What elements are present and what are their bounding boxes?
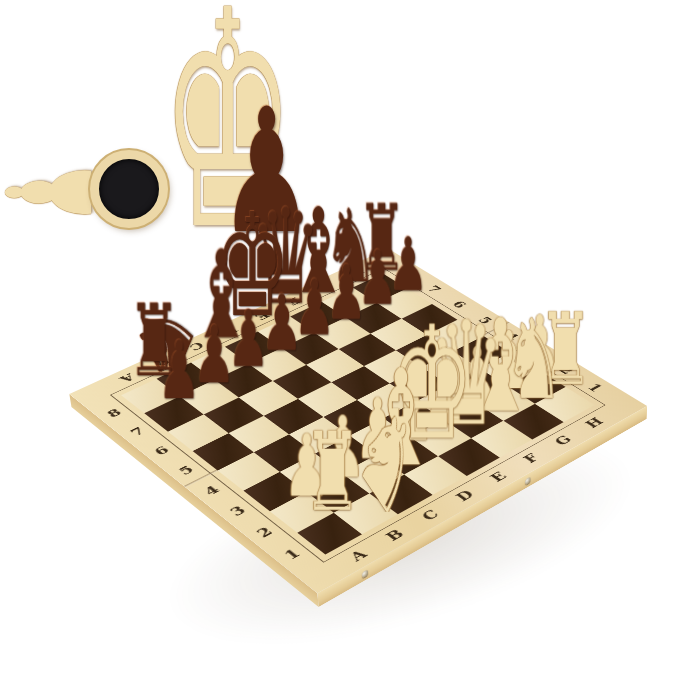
- rank-label-left-7: 7: [127, 425, 149, 439]
- screw-icon: [362, 569, 369, 578]
- file-label-near-E: E: [486, 469, 510, 484]
- rank-label-left-4: 4: [200, 483, 223, 498]
- rank-label-left-1: 1: [280, 546, 304, 562]
- file-label-near-C: C: [417, 507, 442, 523]
- white-rook-a1[interactable]: ♜: [303, 424, 361, 522]
- rank-label-left-8: 8: [103, 406, 124, 420]
- file-label-near-D: D: [451, 487, 477, 504]
- file-label-near-F: F: [519, 451, 542, 466]
- product-photo: ♟ ♚ ♟ AA11BB22CC33DD44EE55FF66GG77HH88 ♜…: [0, 0, 700, 700]
- black-pawn-a7[interactable]: ♟: [158, 335, 201, 407]
- file-label-near-A: A: [345, 547, 370, 564]
- file-label-near-H: H: [581, 415, 607, 430]
- file-label-near-G: G: [550, 432, 575, 447]
- rank-label-left-5: 5: [175, 463, 197, 478]
- rank-label-left-2: 2: [253, 524, 277, 540]
- square-a1[interactable]: ♜: [297, 513, 362, 555]
- rank-label-left-3: 3: [226, 503, 249, 519]
- screw-icon: [525, 476, 531, 485]
- file-label-near-B: B: [381, 526, 407, 543]
- rank-label-left-6: 6: [151, 443, 173, 457]
- board-scene: AA11BB22CC33DD44EE55FF66GG77HH88 ♜♞♝♚♛♝♞…: [0, 0, 700, 700]
